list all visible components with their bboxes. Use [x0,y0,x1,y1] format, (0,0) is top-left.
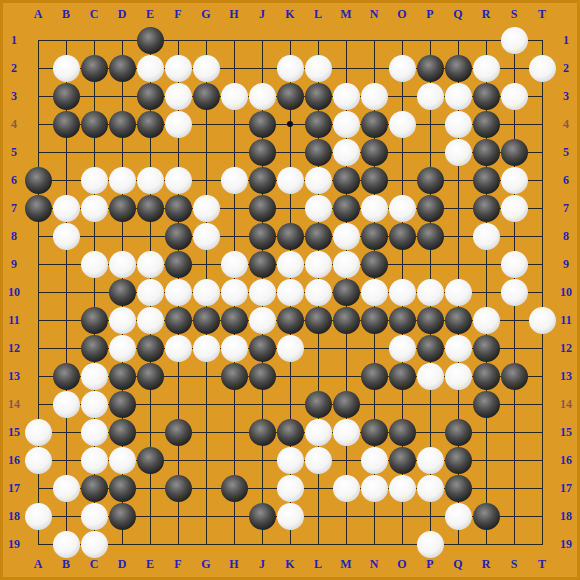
white-stone-M9 [333,251,360,278]
black-stone-H17 [221,475,248,502]
black-stone-D10 [109,279,136,306]
grid-line-vertical [542,40,543,545]
row-label-left-7: 7 [4,202,24,214]
white-stone-A15 [25,419,52,446]
black-stone-N15 [361,419,388,446]
row-label-right-13: 13 [556,370,576,382]
white-stone-P3 [417,83,444,110]
white-stone-S3 [501,83,528,110]
row-label-left-9: 9 [4,258,24,270]
black-stone-J13 [249,363,276,390]
black-stone-Q11 [445,307,472,334]
row-label-right-3: 3 [556,90,576,102]
col-label-bottom-C: C [84,558,104,570]
white-stone-P19 [417,531,444,558]
white-stone-M17 [333,475,360,502]
white-stone-F6 [165,167,192,194]
col-label-top-K: K [280,8,300,20]
black-stone-B13 [53,363,80,390]
white-stone-F2 [165,55,192,82]
row-label-left-10: 10 [4,286,24,298]
black-stone-M6 [333,167,360,194]
white-stone-L2 [305,55,332,82]
row-label-right-2: 2 [556,62,576,74]
black-stone-D4 [109,111,136,138]
black-stone-F11 [165,307,192,334]
white-stone-C6 [81,167,108,194]
white-stone-G8 [193,223,220,250]
black-stone-R7 [473,195,500,222]
white-stone-Q10 [445,279,472,306]
black-stone-R12 [473,335,500,362]
black-stone-B4 [53,111,80,138]
row-label-left-16: 16 [4,454,24,466]
black-stone-H13 [221,363,248,390]
row-label-left-13: 13 [4,370,24,382]
col-label-top-M: M [336,8,356,20]
row-label-left-12: 12 [4,342,24,354]
col-label-top-O: O [392,8,412,20]
black-stone-R5 [473,139,500,166]
white-stone-C19 [81,531,108,558]
black-stone-J15 [249,419,276,446]
row-label-left-15: 15 [4,426,24,438]
col-label-top-E: E [140,8,160,20]
col-label-bottom-J: J [252,558,272,570]
white-stone-C14 [81,391,108,418]
black-stone-M14 [333,391,360,418]
black-stone-N4 [361,111,388,138]
white-stone-A18 [25,503,52,530]
row-label-right-12: 12 [556,342,576,354]
black-stone-Q17 [445,475,472,502]
white-stone-C13 [81,363,108,390]
row-label-left-3: 3 [4,90,24,102]
black-stone-J7 [249,195,276,222]
col-label-bottom-H: H [224,558,244,570]
white-stone-N7 [361,195,388,222]
white-stone-D9 [109,251,136,278]
col-label-top-L: L [308,8,328,20]
black-stone-D15 [109,419,136,446]
black-stone-H11 [221,307,248,334]
row-label-left-5: 5 [4,146,24,158]
black-stone-D17 [109,475,136,502]
go-board: ABCDEFGHJKLMNOPQRST ABCDEFGHJKLMNOPQRST … [0,0,580,580]
white-stone-G2 [193,55,220,82]
white-stone-E11 [137,307,164,334]
white-stone-K6 [277,167,304,194]
black-stone-A6 [25,167,52,194]
black-stone-P2 [417,55,444,82]
white-stone-N3 [361,83,388,110]
white-stone-P16 [417,447,444,474]
row-label-left-8: 8 [4,230,24,242]
col-label-top-T: T [532,8,552,20]
white-stone-Q13 [445,363,472,390]
black-stone-E7 [137,195,164,222]
white-stone-M5 [333,139,360,166]
white-stone-S1 [501,27,528,54]
black-stone-S5 [501,139,528,166]
black-stone-F17 [165,475,192,502]
col-label-top-G: G [196,8,216,20]
col-label-bottom-T: T [532,558,552,570]
black-stone-L11 [305,307,332,334]
white-stone-L7 [305,195,332,222]
col-label-top-P: P [420,8,440,20]
black-stone-R6 [473,167,500,194]
white-stone-K9 [277,251,304,278]
white-stone-O12 [389,335,416,362]
row-label-left-19: 19 [4,538,24,550]
white-stone-L9 [305,251,332,278]
col-label-top-Q: Q [448,8,468,20]
col-label-bottom-B: B [56,558,76,570]
black-stone-F8 [165,223,192,250]
black-stone-P6 [417,167,444,194]
star-point-K4 [287,121,293,127]
white-stone-O7 [389,195,416,222]
black-stone-R4 [473,111,500,138]
col-label-bottom-S: S [504,558,524,570]
row-label-right-6: 6 [556,174,576,186]
white-stone-Q4 [445,111,472,138]
white-stone-K18 [277,503,304,530]
white-stone-Q18 [445,503,472,530]
col-label-top-A: A [28,8,48,20]
white-stone-P13 [417,363,444,390]
black-stone-K15 [277,419,304,446]
col-label-top-B: B [56,8,76,20]
black-stone-G11 [193,307,220,334]
row-label-right-9: 9 [556,258,576,270]
black-stone-N9 [361,251,388,278]
col-label-bottom-A: A [28,558,48,570]
white-stone-O10 [389,279,416,306]
white-stone-B2 [53,55,80,82]
black-stone-K3 [277,83,304,110]
white-stone-M3 [333,83,360,110]
row-label-right-16: 16 [556,454,576,466]
white-stone-Q3 [445,83,472,110]
black-stone-F9 [165,251,192,278]
black-stone-L8 [305,223,332,250]
white-stone-F4 [165,111,192,138]
white-stone-L6 [305,167,332,194]
white-stone-D12 [109,335,136,362]
white-stone-C9 [81,251,108,278]
black-stone-L5 [305,139,332,166]
col-label-top-J: J [252,8,272,20]
white-stone-M8 [333,223,360,250]
black-stone-E13 [137,363,164,390]
col-label-bottom-D: D [112,558,132,570]
white-stone-Q12 [445,335,472,362]
black-stone-D13 [109,363,136,390]
white-stone-L15 [305,419,332,446]
row-label-right-5: 5 [556,146,576,158]
black-stone-P11 [417,307,444,334]
black-stone-N8 [361,223,388,250]
white-stone-L16 [305,447,332,474]
col-label-top-F: F [168,8,188,20]
white-stone-S6 [501,167,528,194]
black-stone-J8 [249,223,276,250]
black-stone-L4 [305,111,332,138]
white-stone-G10 [193,279,220,306]
col-label-bottom-L: L [308,558,328,570]
black-stone-C12 [81,335,108,362]
white-stone-K10 [277,279,304,306]
white-stone-B19 [53,531,80,558]
row-label-left-4: 4 [4,118,24,130]
white-stone-R11 [473,307,500,334]
black-stone-O15 [389,419,416,446]
black-stone-Q16 [445,447,472,474]
black-stone-C17 [81,475,108,502]
black-stone-L3 [305,83,332,110]
row-label-right-11: 11 [556,314,576,326]
col-label-bottom-R: R [476,558,496,570]
white-stone-F3 [165,83,192,110]
black-stone-O13 [389,363,416,390]
white-stone-K17 [277,475,304,502]
black-stone-J18 [249,503,276,530]
row-label-right-18: 18 [556,510,576,522]
black-stone-K11 [277,307,304,334]
white-stone-L10 [305,279,332,306]
row-label-left-11: 11 [4,314,24,326]
col-label-top-C: C [84,8,104,20]
white-stone-O2 [389,55,416,82]
black-stone-N13 [361,363,388,390]
black-stone-M10 [333,279,360,306]
black-stone-M11 [333,307,360,334]
white-stone-H9 [221,251,248,278]
black-stone-D7 [109,195,136,222]
black-stone-C4 [81,111,108,138]
white-stone-B14 [53,391,80,418]
col-label-top-R: R [476,8,496,20]
col-label-bottom-G: G [196,558,216,570]
black-stone-R14 [473,391,500,418]
white-stone-F12 [165,335,192,362]
white-stone-N16 [361,447,388,474]
white-stone-D11 [109,307,136,334]
row-label-right-19: 19 [556,538,576,550]
white-stone-H6 [221,167,248,194]
col-label-bottom-N: N [364,558,384,570]
black-stone-M7 [333,195,360,222]
white-stone-B7 [53,195,80,222]
white-stone-B8 [53,223,80,250]
row-label-left-18: 18 [4,510,24,522]
row-label-left-2: 2 [4,62,24,74]
black-stone-R13 [473,363,500,390]
white-stone-B17 [53,475,80,502]
white-stone-M15 [333,419,360,446]
black-stone-P8 [417,223,444,250]
black-stone-S13 [501,363,528,390]
black-stone-F15 [165,419,192,446]
white-stone-R2 [473,55,500,82]
white-stone-S9 [501,251,528,278]
black-stone-P12 [417,335,444,362]
black-stone-G3 [193,83,220,110]
black-stone-Q15 [445,419,472,446]
row-label-right-10: 10 [556,286,576,298]
white-stone-K16 [277,447,304,474]
row-label-right-1: 1 [556,34,576,46]
white-stone-Q5 [445,139,472,166]
col-label-bottom-F: F [168,558,188,570]
black-stone-N5 [361,139,388,166]
white-stone-P17 [417,475,444,502]
row-label-left-1: 1 [4,34,24,46]
black-stone-L14 [305,391,332,418]
white-stone-T11 [529,307,556,334]
col-label-bottom-M: M [336,558,356,570]
black-stone-A7 [25,195,52,222]
black-stone-J5 [249,139,276,166]
black-stone-N11 [361,307,388,334]
col-label-bottom-Q: Q [448,558,468,570]
white-stone-D16 [109,447,136,474]
white-stone-P10 [417,279,444,306]
white-stone-E2 [137,55,164,82]
row-label-right-7: 7 [556,202,576,214]
white-stone-K12 [277,335,304,362]
black-stone-O16 [389,447,416,474]
black-stone-E1 [137,27,164,54]
black-stone-E4 [137,111,164,138]
black-stone-E3 [137,83,164,110]
row-label-left-17: 17 [4,482,24,494]
row-label-left-6: 6 [4,174,24,186]
white-stone-E10 [137,279,164,306]
row-label-right-17: 17 [556,482,576,494]
white-stone-H10 [221,279,248,306]
row-label-right-4: 4 [556,118,576,130]
black-stone-J9 [249,251,276,278]
black-stone-P7 [417,195,444,222]
white-stone-D6 [109,167,136,194]
black-stone-O11 [389,307,416,334]
row-label-right-14: 14 [556,398,576,410]
white-stone-M4 [333,111,360,138]
col-label-top-S: S [504,8,524,20]
white-stone-J3 [249,83,276,110]
white-stone-H12 [221,335,248,362]
white-stone-R8 [473,223,500,250]
row-label-right-8: 8 [556,230,576,242]
white-stone-E9 [137,251,164,278]
white-stone-E6 [137,167,164,194]
black-stone-F7 [165,195,192,222]
black-stone-R3 [473,83,500,110]
white-stone-J10 [249,279,276,306]
col-label-bottom-E: E [140,558,160,570]
col-label-bottom-K: K [280,558,300,570]
black-stone-D18 [109,503,136,530]
white-stone-J11 [249,307,276,334]
white-stone-C16 [81,447,108,474]
black-stone-D2 [109,55,136,82]
white-stone-G7 [193,195,220,222]
white-stone-S7 [501,195,528,222]
white-stone-C15 [81,419,108,446]
white-stone-A16 [25,447,52,474]
col-label-bottom-P: P [420,558,440,570]
black-stone-E12 [137,335,164,362]
grid-line-horizontal [38,544,543,545]
black-stone-C11 [81,307,108,334]
white-stone-H3 [221,83,248,110]
white-stone-T2 [529,55,556,82]
black-stone-Q2 [445,55,472,82]
row-label-left-14: 14 [4,398,24,410]
black-stone-J4 [249,111,276,138]
black-stone-J12 [249,335,276,362]
white-stone-F10 [165,279,192,306]
black-stone-D14 [109,391,136,418]
black-stone-B3 [53,83,80,110]
black-stone-O8 [389,223,416,250]
black-stone-K8 [277,223,304,250]
black-stone-J6 [249,167,276,194]
black-stone-R18 [473,503,500,530]
white-stone-S10 [501,279,528,306]
col-label-top-H: H [224,8,244,20]
col-label-bottom-O: O [392,558,412,570]
black-stone-E16 [137,447,164,474]
white-stone-N10 [361,279,388,306]
col-label-top-D: D [112,8,132,20]
row-label-right-15: 15 [556,426,576,438]
white-stone-N17 [361,475,388,502]
white-stone-C7 [81,195,108,222]
white-stone-O4 [389,111,416,138]
black-stone-N6 [361,167,388,194]
white-stone-G12 [193,335,220,362]
black-stone-C2 [81,55,108,82]
col-label-top-N: N [364,8,384,20]
white-stone-O17 [389,475,416,502]
white-stone-C18 [81,503,108,530]
white-stone-K2 [277,55,304,82]
